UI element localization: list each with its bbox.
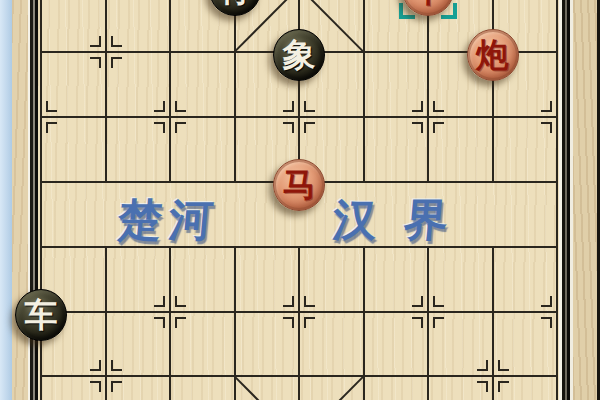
piece-glyph: 车 [16,290,66,340]
point-marker [154,296,165,307]
grid-line-vertical [234,246,236,400]
grid-line-vertical [427,0,429,183]
point-marker [90,36,101,47]
piece-black-elephant[interactable]: 象 [273,29,325,81]
point-marker [154,317,165,328]
grid-line-vertical [363,246,365,400]
river-label-han-jie: 汉界 [330,191,477,250]
point-marker [90,57,101,68]
point-marker [498,381,509,392]
point-marker [412,296,423,307]
point-marker [433,317,444,328]
point-marker [111,381,122,392]
grid-line-vertical [492,0,494,183]
point-marker [304,296,315,307]
piece-red-horse[interactable]: 马 [273,159,325,211]
point-marker [154,122,165,133]
grid-line-vertical [169,0,171,183]
point-marker [90,381,101,392]
river-label-chu-he: 楚河 [115,191,222,250]
piece-black-general[interactable]: 将 [209,0,261,16]
point-marker [283,122,294,133]
point-marker [433,296,444,307]
point-marker [541,296,552,307]
point-marker [46,122,57,133]
point-marker [498,360,509,371]
point-marker [175,296,186,307]
point-marker [477,381,488,392]
xiangqi-board: 楚河 汉界 将车象炮马车 [0,0,600,400]
point-marker [412,122,423,133]
point-marker [154,101,165,112]
grid-line-vertical [105,246,107,400]
point-marker [477,360,488,371]
grid-line-vertical [298,0,300,183]
point-marker [175,317,186,328]
grid-line-vertical [492,246,494,400]
point-marker [541,101,552,112]
piece-black-chariot[interactable]: 车 [15,289,67,341]
point-marker [283,296,294,307]
point-marker [111,57,122,68]
piece-glyph: 车 [403,0,453,15]
point-marker [541,122,552,133]
point-marker [412,317,423,328]
grid-line-vertical [556,0,558,400]
point-marker [111,36,122,47]
point-marker [283,101,294,112]
point-marker [46,101,57,112]
point-marker [541,317,552,328]
point-marker [433,101,444,112]
point-marker [111,360,122,371]
point-marker [304,317,315,328]
point-marker [304,101,315,112]
point-marker [433,122,444,133]
point-marker [175,122,186,133]
point-marker [283,317,294,328]
point-marker [90,360,101,371]
grid-line-vertical [105,0,107,183]
point-marker [175,101,186,112]
piece-glyph: 马 [274,160,324,210]
point-marker [412,101,423,112]
piece-glyph: 将 [210,0,260,15]
grid-line-vertical [298,246,300,400]
piece-glyph: 炮 [468,30,518,80]
piece-glyph: 象 [274,30,324,80]
grid-line-vertical [169,246,171,400]
piece-red-cannon[interactable]: 炮 [467,29,519,81]
grid-line-vertical [427,246,429,400]
point-marker [304,122,315,133]
grid-line-vertical [234,0,236,183]
grid-line-vertical [363,0,365,183]
piece-red-chariot[interactable]: 车 [402,0,454,16]
